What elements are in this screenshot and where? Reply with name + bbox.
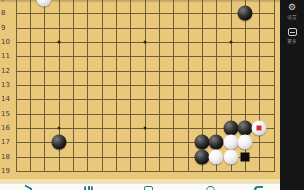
row-label: 10 <box>1 38 13 46</box>
placement-cursor[interactable] <box>240 152 249 161</box>
grid-line-horizontal <box>16 99 275 100</box>
stone-white-C13 <box>37 0 52 7</box>
star-point <box>229 41 232 44</box>
star-point <box>143 41 146 44</box>
stone-white-Q2 <box>223 149 238 164</box>
stone-white-R3 <box>237 135 252 150</box>
row-label: 18 <box>1 153 13 161</box>
toolbar-icon-2[interactable] <box>84 186 93 190</box>
stone-black-O3 <box>194 135 209 150</box>
star-point <box>57 41 60 44</box>
grid-line-vertical <box>87 0 88 172</box>
stone-black-Q4 <box>223 120 238 135</box>
grid-line-vertical <box>44 0 45 172</box>
stone-black-O2 <box>194 149 209 164</box>
row-label: 13 <box>1 81 13 89</box>
row-label: 7 <box>1 0 13 3</box>
grid-line-vertical <box>145 0 146 172</box>
grid-line-vertical <box>30 0 31 172</box>
stone-black-D3 <box>51 135 66 150</box>
grid-line-vertical <box>116 0 117 172</box>
star-point <box>143 126 146 129</box>
row-label: 15 <box>1 110 13 118</box>
stone-white-Q3 <box>223 135 238 150</box>
settings-button[interactable]: ⚙ 设置 <box>286 2 298 20</box>
go-board[interactable]: 78910111213141516171819 <box>0 0 280 181</box>
grid-line-vertical <box>274 0 275 172</box>
grid-line-vertical <box>173 0 174 172</box>
right-sidebar: ⚙ 设置 更多 <box>280 0 304 190</box>
stone-black-R12 <box>237 6 252 21</box>
grid-line-horizontal <box>16 171 275 172</box>
grid-line-horizontal <box>16 71 275 72</box>
row-label: 9 <box>1 24 13 32</box>
more-label: 更多 <box>287 38 297 44</box>
toolbar-icon-5[interactable] <box>254 186 263 190</box>
row-label: 11 <box>1 52 13 60</box>
panel-icon <box>288 28 297 36</box>
toolbar-icon-4[interactable] <box>206 186 215 190</box>
toolbar-icon-1[interactable] <box>23 186 32 190</box>
grid-line-vertical <box>130 0 131 172</box>
grid-line-vertical <box>259 0 260 172</box>
bottom-toolbar <box>0 183 280 190</box>
row-label: 8 <box>1 9 13 17</box>
last-move-marker <box>257 125 262 130</box>
grid-line-horizontal <box>16 56 275 57</box>
row-label: 14 <box>1 95 13 103</box>
stone-black-R4 <box>237 120 252 135</box>
grid-line-vertical <box>188 0 189 172</box>
grid-line-vertical <box>16 0 17 172</box>
gear-icon: ⚙ <box>288 2 296 12</box>
row-label: 19 <box>1 167 13 175</box>
row-label: 12 <box>1 67 13 75</box>
go-app-screen: 78910111213141516171819 ⚙ 设置 更多 <box>0 0 304 190</box>
row-label: 17 <box>1 138 13 146</box>
row-label: 16 <box>1 124 13 132</box>
grid-line-horizontal <box>16 85 275 86</box>
stone-black-P3 <box>209 135 224 150</box>
grid-line-vertical <box>73 0 74 172</box>
grid-line-vertical <box>159 0 160 172</box>
stone-white-P2 <box>209 149 224 164</box>
star-point <box>57 126 60 129</box>
more-button[interactable]: 更多 <box>286 27 298 44</box>
grid-line-vertical <box>102 0 103 172</box>
settings-label: 设置 <box>287 14 297 20</box>
toolbar-icon-3[interactable] <box>144 186 153 190</box>
grid-line-horizontal <box>16 114 275 115</box>
